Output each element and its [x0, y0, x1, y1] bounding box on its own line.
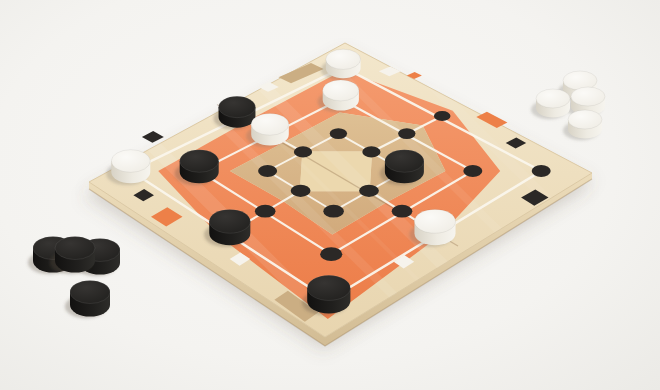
- piece-top: [55, 237, 95, 260]
- piece-top: [568, 110, 602, 129]
- point-b4[interactable]: [255, 205, 276, 218]
- point-f2[interactable]: [463, 165, 482, 177]
- point-c3[interactable]: [323, 205, 344, 218]
- piece-top: [536, 89, 570, 108]
- point-g1[interactable]: [532, 165, 551, 177]
- black-tray: [28, 237, 120, 319]
- piece-top: [251, 113, 289, 135]
- point-b2[interactable]: [320, 247, 342, 261]
- piece-top: [571, 87, 605, 106]
- piece-white-a7[interactable]: [106, 150, 150, 185]
- piece-top: [385, 150, 424, 173]
- piece-top: [307, 275, 350, 300]
- piece-top: [180, 150, 219, 173]
- point-e5[interactable]: [330, 128, 347, 139]
- point-e4[interactable]: [362, 146, 380, 157]
- piece-black-d7[interactable]: [213, 96, 255, 129]
- scene-svg: [0, 0, 660, 390]
- point-d3[interactable]: [359, 185, 379, 197]
- piece-top: [323, 80, 359, 101]
- tray-black-piece-4[interactable]: [65, 281, 110, 319]
- point-d5[interactable]: [294, 146, 312, 157]
- piece-top: [414, 209, 455, 233]
- photo-stage: [0, 0, 660, 390]
- point-d2[interactable]: [392, 205, 413, 218]
- piece-top: [70, 281, 110, 304]
- point-c5[interactable]: [258, 165, 277, 177]
- piece-top: [326, 49, 361, 69]
- decor-square-black: [142, 131, 164, 143]
- piece-top: [111, 150, 150, 173]
- piece-top: [209, 209, 250, 233]
- piece-top: [219, 96, 256, 117]
- point-c4[interactable]: [291, 185, 311, 197]
- tray-white-piece-4[interactable]: [563, 110, 602, 140]
- white-tray: [531, 71, 605, 140]
- point-f4[interactable]: [398, 128, 415, 139]
- tray-white-piece-3[interactable]: [531, 89, 570, 119]
- point-g4[interactable]: [434, 111, 451, 121]
